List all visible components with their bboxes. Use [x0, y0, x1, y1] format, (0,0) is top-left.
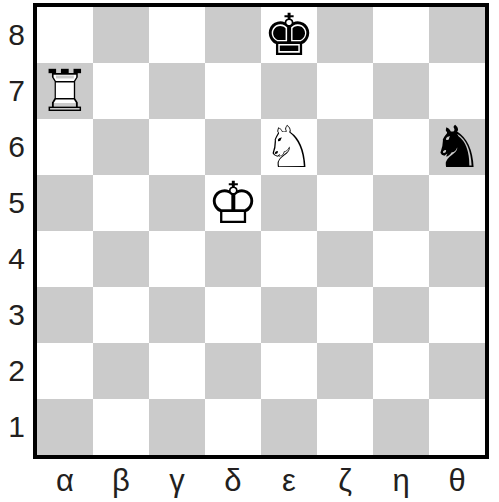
file-label-d: δ [205, 459, 261, 502]
square-h8[interactable] [429, 7, 485, 63]
square-g4[interactable] [373, 231, 429, 287]
square-f2[interactable] [317, 343, 373, 399]
square-b7[interactable] [93, 63, 149, 119]
rank-label-5: 5 [0, 175, 33, 231]
square-g3[interactable] [373, 287, 429, 343]
square-a1[interactable] [37, 399, 93, 455]
square-e7[interactable] [261, 63, 317, 119]
square-c1[interactable] [149, 399, 205, 455]
square-f3[interactable] [317, 287, 373, 343]
square-h3[interactable] [429, 287, 485, 343]
square-f7[interactable] [317, 63, 373, 119]
square-c5[interactable] [149, 175, 205, 231]
square-g2[interactable] [373, 343, 429, 399]
square-h7[interactable] [429, 63, 485, 119]
square-h2[interactable] [429, 343, 485, 399]
square-c6[interactable] [149, 119, 205, 175]
chess-board: ♚♜♖♞♘♞♚♔ [33, 3, 489, 459]
square-h6[interactable]: ♞ [429, 119, 485, 175]
square-b8[interactable] [93, 7, 149, 63]
square-e3[interactable] [261, 287, 317, 343]
square-e5[interactable] [261, 175, 317, 231]
square-g1[interactable] [373, 399, 429, 455]
square-e6[interactable]: ♞♘ [261, 119, 317, 175]
square-d5[interactable]: ♚♔ [205, 175, 261, 231]
square-b6[interactable] [93, 119, 149, 175]
square-d1[interactable] [205, 399, 261, 455]
square-a7[interactable]: ♜♖ [37, 63, 93, 119]
black-king[interactable]: ♚ [263, 6, 315, 64]
square-g7[interactable] [373, 63, 429, 119]
square-b1[interactable] [93, 399, 149, 455]
square-b4[interactable] [93, 231, 149, 287]
square-a5[interactable] [37, 175, 93, 231]
square-b2[interactable] [93, 343, 149, 399]
file-label-g: η [373, 459, 429, 502]
square-c7[interactable] [149, 63, 205, 119]
square-e2[interactable] [261, 343, 317, 399]
square-e8[interactable]: ♚ [261, 7, 317, 63]
chess-diagram: 87654321 ♚♜♖♞♘♞♚♔ αβγδεζηθ [0, 0, 499, 502]
white-knight[interactable]: ♞♘ [263, 118, 315, 176]
square-f1[interactable] [317, 399, 373, 455]
square-g6[interactable] [373, 119, 429, 175]
white-rook[interactable]: ♜♖ [39, 62, 91, 120]
rank-label-6: 6 [0, 119, 33, 175]
square-d6[interactable] [205, 119, 261, 175]
square-a8[interactable] [37, 7, 93, 63]
file-label-f: ζ [317, 459, 373, 502]
square-a3[interactable] [37, 287, 93, 343]
square-d3[interactable] [205, 287, 261, 343]
square-f8[interactable] [317, 7, 373, 63]
file-label-c: γ [149, 459, 205, 502]
square-h4[interactable] [429, 231, 485, 287]
square-d2[interactable] [205, 343, 261, 399]
square-f5[interactable] [317, 175, 373, 231]
square-b5[interactable] [93, 175, 149, 231]
square-g8[interactable] [373, 7, 429, 63]
square-d8[interactable] [205, 7, 261, 63]
rank-label-8: 8 [0, 7, 33, 63]
file-labels: αβγδεζηθ [37, 459, 485, 502]
square-e4[interactable] [261, 231, 317, 287]
file-label-b: β [93, 459, 149, 502]
rank-label-4: 4 [0, 231, 33, 287]
black-knight[interactable]: ♞ [431, 118, 483, 176]
square-a2[interactable] [37, 343, 93, 399]
square-c4[interactable] [149, 231, 205, 287]
square-f4[interactable] [317, 231, 373, 287]
square-c8[interactable] [149, 7, 205, 63]
square-a6[interactable] [37, 119, 93, 175]
white-king[interactable]: ♚♔ [207, 174, 259, 232]
square-d4[interactable] [205, 231, 261, 287]
square-c2[interactable] [149, 343, 205, 399]
square-b3[interactable] [93, 287, 149, 343]
rank-label-2: 2 [0, 343, 33, 399]
rank-label-3: 3 [0, 287, 33, 343]
file-label-a: α [37, 459, 93, 502]
square-d7[interactable] [205, 63, 261, 119]
square-a4[interactable] [37, 231, 93, 287]
square-h1[interactable] [429, 399, 485, 455]
square-h5[interactable] [429, 175, 485, 231]
rank-label-7: 7 [0, 63, 33, 119]
square-e1[interactable] [261, 399, 317, 455]
rank-labels: 87654321 [0, 7, 33, 455]
file-label-h: θ [429, 459, 485, 502]
square-c3[interactable] [149, 287, 205, 343]
rank-label-1: 1 [0, 399, 33, 455]
square-g5[interactable] [373, 175, 429, 231]
file-label-e: ε [261, 459, 317, 502]
square-f6[interactable] [317, 119, 373, 175]
